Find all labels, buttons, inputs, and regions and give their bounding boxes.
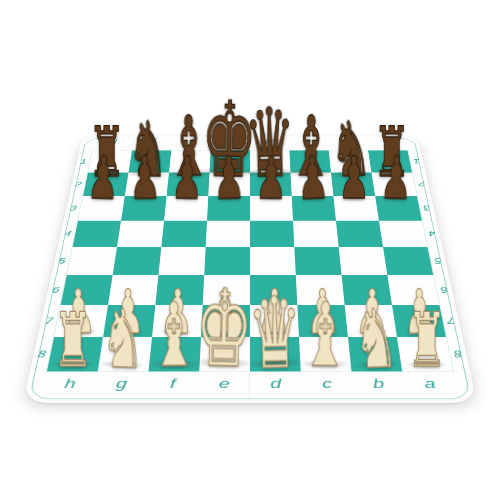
square-f7 xyxy=(152,305,203,337)
file-label-d: d xyxy=(250,371,302,403)
square-h5 xyxy=(67,247,117,275)
file-label-g: g xyxy=(93,371,149,403)
square-g8 xyxy=(98,337,152,371)
file-label-c: c xyxy=(289,136,329,151)
square-g6 xyxy=(108,275,158,305)
chess-mat: 12345678 12345678 hgfedcba hgfedcba xyxy=(23,136,478,403)
square-f6 xyxy=(155,275,204,305)
square-b2 xyxy=(331,173,375,196)
file-label-h: h xyxy=(93,136,135,151)
square-h7 xyxy=(54,305,108,337)
square-d2 xyxy=(250,173,292,196)
square-e4 xyxy=(206,221,250,247)
square-b7 xyxy=(345,305,397,337)
square-g1 xyxy=(128,150,171,172)
square-g2 xyxy=(125,173,169,196)
square-a8 xyxy=(397,337,453,371)
file-label-b: b xyxy=(327,136,368,151)
file-label-e: e xyxy=(198,371,250,403)
square-g3 xyxy=(121,196,167,221)
square-h2 xyxy=(83,173,128,196)
square-h8 xyxy=(47,337,103,371)
square-b5 xyxy=(339,247,388,275)
square-d4 xyxy=(250,221,294,247)
square-c7 xyxy=(297,305,348,337)
file-label-d: d xyxy=(250,136,289,151)
square-f8 xyxy=(148,337,201,371)
square-a7 xyxy=(392,305,446,337)
file-label-h: h xyxy=(40,371,97,403)
board-grid xyxy=(47,150,453,371)
square-d1 xyxy=(250,150,291,172)
square-c5 xyxy=(294,247,341,275)
square-e5 xyxy=(204,247,250,275)
square-h6 xyxy=(61,275,113,305)
product-photo-scene: 12345678 12345678 hgfedcba hgfedcba ♜♞♝♛… xyxy=(0,0,500,500)
square-b8 xyxy=(348,337,402,371)
file-label-a: a xyxy=(366,136,408,151)
square-e6 xyxy=(203,275,250,305)
square-g7 xyxy=(103,305,155,337)
square-h4 xyxy=(73,221,121,247)
file-labels-bottom: hgfedcba xyxy=(40,371,459,403)
square-c3 xyxy=(292,196,336,221)
square-e2 xyxy=(208,173,250,196)
square-a2 xyxy=(372,173,417,196)
square-b1 xyxy=(329,150,372,172)
square-f3 xyxy=(164,196,208,221)
square-g4 xyxy=(117,221,164,247)
file-label-f: f xyxy=(171,136,211,151)
square-d3 xyxy=(250,196,293,221)
square-f4 xyxy=(161,221,207,247)
square-b3 xyxy=(333,196,379,221)
square-e8 xyxy=(199,337,250,371)
square-h3 xyxy=(78,196,125,221)
square-c8 xyxy=(299,337,352,371)
square-d6 xyxy=(250,275,297,305)
square-b6 xyxy=(342,275,392,305)
square-b4 xyxy=(336,221,383,247)
square-d8 xyxy=(250,337,301,371)
square-a3 xyxy=(375,196,422,221)
file-label-g: g xyxy=(132,136,173,151)
square-c2 xyxy=(291,173,334,196)
square-e1 xyxy=(209,150,250,172)
square-c1 xyxy=(289,150,331,172)
square-c4 xyxy=(293,221,339,247)
square-e3 xyxy=(207,196,250,221)
mat-perspective-wrapper: 12345678 12345678 hgfedcba hgfedcba xyxy=(23,136,478,403)
square-c6 xyxy=(296,275,345,305)
square-f1 xyxy=(169,150,211,172)
square-e7 xyxy=(201,305,250,337)
file-label-f: f xyxy=(145,371,199,403)
square-d7 xyxy=(250,305,299,337)
square-f5 xyxy=(158,247,205,275)
square-a6 xyxy=(387,275,439,305)
file-label-a: a xyxy=(402,371,459,403)
file-label-e: e xyxy=(211,136,250,151)
file-label-b: b xyxy=(352,371,408,403)
square-h1 xyxy=(88,150,132,172)
square-a1 xyxy=(368,150,412,172)
square-g5 xyxy=(113,247,162,275)
file-labels-top: hgfedcba xyxy=(93,136,408,151)
square-f2 xyxy=(167,173,210,196)
square-a4 xyxy=(379,221,427,247)
square-a5 xyxy=(383,247,433,275)
file-label-c: c xyxy=(301,371,355,403)
square-d5 xyxy=(250,247,296,275)
